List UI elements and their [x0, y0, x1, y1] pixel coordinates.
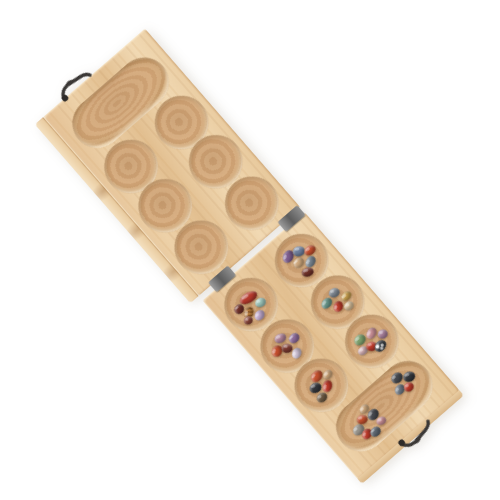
lower-r1-left-stone-5: [252, 308, 266, 322]
lower-r2-left-stone-1: [273, 331, 288, 344]
lower-r2-right-stone-5: [343, 300, 356, 312]
lower-r2-left-stone-3: [281, 344, 292, 353]
lower-r3-right-stone-5: [372, 338, 388, 354]
lower-r3-left-stone-2: [321, 368, 334, 381]
lower-r3-right-stone-2: [364, 325, 378, 340]
lower-r3-left-stone-4: [321, 379, 333, 393]
mancala-board: [43, 29, 460, 480]
lower-r1-right-stone-3: [302, 243, 317, 257]
lower-r1-left-stone-6: [242, 315, 253, 326]
product-photo-canvas: [0, 0, 500, 500]
lower-r1-right-stone-6: [300, 266, 314, 278]
lower-r2-right-stone-4: [331, 300, 343, 313]
lower-r3-right-stone-6: [376, 328, 389, 340]
